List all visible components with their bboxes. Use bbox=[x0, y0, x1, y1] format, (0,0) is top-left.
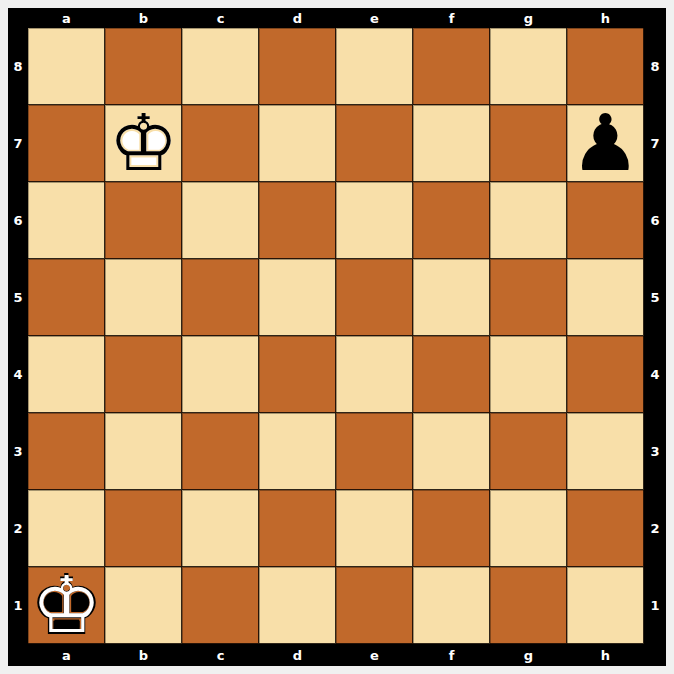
square-a1[interactable]: ♚♚♔ bbox=[28, 567, 105, 644]
square-h3[interactable] bbox=[567, 413, 644, 490]
square-h4[interactable] bbox=[567, 336, 644, 413]
square-f8[interactable] bbox=[413, 28, 490, 105]
white-king[interactable]: ♚♔ bbox=[105, 105, 182, 182]
square-f5[interactable] bbox=[413, 259, 490, 336]
file-label-g: g bbox=[490, 8, 567, 28]
square-b2[interactable] bbox=[105, 490, 182, 567]
file-labels-top: abcdefgh bbox=[28, 8, 644, 28]
square-c3[interactable] bbox=[182, 413, 259, 490]
file-label-e: e bbox=[336, 8, 413, 28]
white-king-outline-glyph: ♔ bbox=[105, 105, 182, 182]
square-a3[interactable] bbox=[28, 413, 105, 490]
rank-label-1: 1 bbox=[644, 567, 666, 644]
square-b7[interactable]: ♚♔ bbox=[105, 105, 182, 182]
square-a4[interactable] bbox=[28, 336, 105, 413]
file-label-c: c bbox=[182, 8, 259, 28]
frame-corner-top-left bbox=[8, 8, 28, 28]
frame-corner-top-right bbox=[644, 8, 666, 28]
rank-label-6: 6 bbox=[8, 182, 28, 259]
page-background: abcdefgh 87654321 ♚♔♟♚♚♔ 87654321 abcdef… bbox=[0, 0, 674, 674]
square-c5[interactable] bbox=[182, 259, 259, 336]
square-e2[interactable] bbox=[336, 490, 413, 567]
rank-label-2: 2 bbox=[8, 490, 28, 567]
square-c8[interactable] bbox=[182, 28, 259, 105]
file-label-a: a bbox=[28, 8, 105, 28]
square-d7[interactable] bbox=[259, 105, 336, 182]
black-pawn[interactable]: ♟ bbox=[567, 105, 644, 182]
square-d1[interactable] bbox=[259, 567, 336, 644]
rank-label-7: 7 bbox=[644, 105, 666, 182]
square-d6[interactable] bbox=[259, 182, 336, 259]
file-label-h: h bbox=[567, 644, 644, 666]
square-f6[interactable] bbox=[413, 182, 490, 259]
rank-labels-right: 87654321 bbox=[644, 28, 666, 644]
square-c7[interactable] bbox=[182, 105, 259, 182]
square-d5[interactable] bbox=[259, 259, 336, 336]
square-b4[interactable] bbox=[105, 336, 182, 413]
square-e6[interactable] bbox=[336, 182, 413, 259]
square-d4[interactable] bbox=[259, 336, 336, 413]
square-c6[interactable] bbox=[182, 182, 259, 259]
rank-label-6: 6 bbox=[644, 182, 666, 259]
square-a5[interactable] bbox=[28, 259, 105, 336]
square-h7[interactable]: ♟ bbox=[567, 105, 644, 182]
square-f7[interactable] bbox=[413, 105, 490, 182]
square-g7[interactable] bbox=[490, 105, 567, 182]
frame-corner-bottom-left bbox=[8, 644, 28, 666]
square-g8[interactable] bbox=[490, 28, 567, 105]
square-a8[interactable] bbox=[28, 28, 105, 105]
rank-label-4: 4 bbox=[8, 336, 28, 413]
square-h6[interactable] bbox=[567, 182, 644, 259]
square-b1[interactable] bbox=[105, 567, 182, 644]
rank-label-8: 8 bbox=[8, 28, 28, 105]
square-b3[interactable] bbox=[105, 413, 182, 490]
square-b5[interactable] bbox=[105, 259, 182, 336]
rank-label-5: 5 bbox=[8, 259, 28, 336]
square-h8[interactable] bbox=[567, 28, 644, 105]
file-label-f: f bbox=[413, 8, 490, 28]
square-e1[interactable] bbox=[336, 567, 413, 644]
black-king[interactable]: ♚♚♔ bbox=[28, 567, 105, 644]
black-king-detail-glyph: ♔ bbox=[28, 567, 105, 644]
file-labels-bottom: abcdefgh bbox=[28, 644, 644, 666]
square-c4[interactable] bbox=[182, 336, 259, 413]
file-label-f: f bbox=[413, 644, 490, 666]
file-label-e: e bbox=[336, 644, 413, 666]
square-c2[interactable] bbox=[182, 490, 259, 567]
square-e3[interactable] bbox=[336, 413, 413, 490]
rank-labels-left: 87654321 bbox=[8, 28, 28, 644]
frame-corner-bottom-right bbox=[644, 644, 666, 666]
file-label-b: b bbox=[105, 8, 182, 28]
square-d8[interactable] bbox=[259, 28, 336, 105]
square-d3[interactable] bbox=[259, 413, 336, 490]
square-b6[interactable] bbox=[105, 182, 182, 259]
square-f4[interactable] bbox=[413, 336, 490, 413]
square-c1[interactable] bbox=[182, 567, 259, 644]
file-label-c: c bbox=[182, 644, 259, 666]
square-f2[interactable] bbox=[413, 490, 490, 567]
rank-label-3: 3 bbox=[8, 413, 28, 490]
square-e5[interactable] bbox=[336, 259, 413, 336]
square-h5[interactable] bbox=[567, 259, 644, 336]
square-b8[interactable] bbox=[105, 28, 182, 105]
square-g1[interactable] bbox=[490, 567, 567, 644]
chess-board: ♚♔♟♚♚♔ bbox=[28, 28, 644, 644]
rank-label-2: 2 bbox=[644, 490, 666, 567]
file-label-d: d bbox=[259, 8, 336, 28]
square-e8[interactable] bbox=[336, 28, 413, 105]
file-label-b: b bbox=[105, 644, 182, 666]
square-f1[interactable] bbox=[413, 567, 490, 644]
square-e4[interactable] bbox=[336, 336, 413, 413]
square-h2[interactable] bbox=[567, 490, 644, 567]
file-label-h: h bbox=[567, 8, 644, 28]
square-g6[interactable] bbox=[490, 182, 567, 259]
square-g3[interactable] bbox=[490, 413, 567, 490]
file-label-g: g bbox=[490, 644, 567, 666]
black-pawn-glyph: ♟ bbox=[567, 105, 644, 182]
square-g5[interactable] bbox=[490, 259, 567, 336]
rank-label-4: 4 bbox=[644, 336, 666, 413]
file-label-d: d bbox=[259, 644, 336, 666]
rank-label-3: 3 bbox=[644, 413, 666, 490]
rank-label-7: 7 bbox=[8, 105, 28, 182]
chess-board-frame: abcdefgh 87654321 ♚♔♟♚♚♔ 87654321 abcdef… bbox=[8, 8, 666, 666]
rank-label-5: 5 bbox=[644, 259, 666, 336]
square-f3[interactable] bbox=[413, 413, 490, 490]
square-a2[interactable] bbox=[28, 490, 105, 567]
square-h1[interactable] bbox=[567, 567, 644, 644]
square-e7[interactable] bbox=[336, 105, 413, 182]
square-g2[interactable] bbox=[490, 490, 567, 567]
square-a7[interactable] bbox=[28, 105, 105, 182]
square-a6[interactable] bbox=[28, 182, 105, 259]
square-g4[interactable] bbox=[490, 336, 567, 413]
square-d2[interactable] bbox=[259, 490, 336, 567]
rank-label-8: 8 bbox=[644, 28, 666, 105]
